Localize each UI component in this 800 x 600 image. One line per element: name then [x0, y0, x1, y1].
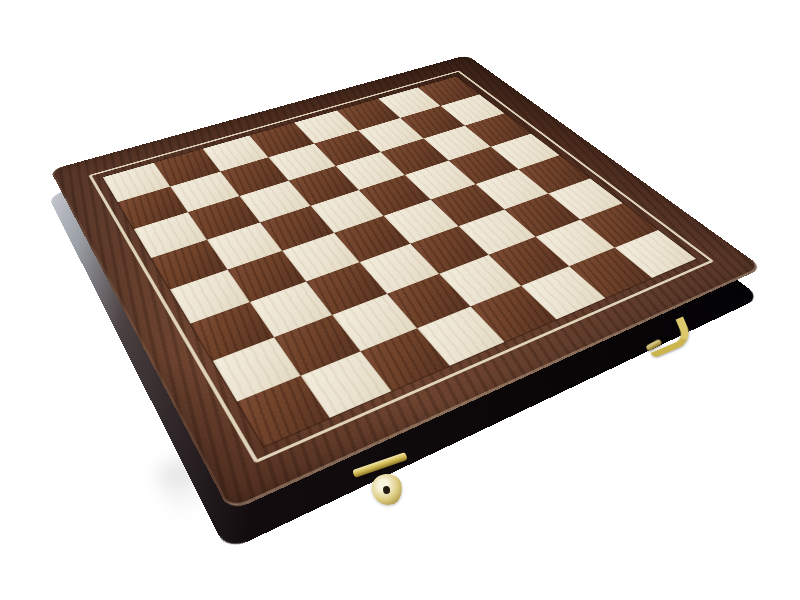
brass-latch-clasp: [370, 472, 404, 507]
chessboard-product-photo: [0, 0, 800, 600]
